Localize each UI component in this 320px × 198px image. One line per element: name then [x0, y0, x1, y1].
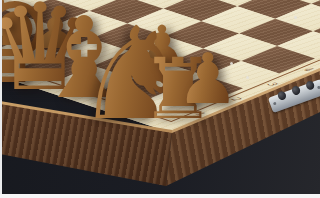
pieces-layer: ♚♟♛♝♟♞♜♟: [0, 0, 320, 198]
chess-set-product-photo: hgfedcba 87654321 ♚♟♛♝♟♞♜♟: [0, 0, 320, 198]
photo-border-left: [0, 0, 2, 198]
piece-pawn-a2: ♟: [177, 44, 240, 114]
photo-border-bottom: [0, 194, 320, 198]
